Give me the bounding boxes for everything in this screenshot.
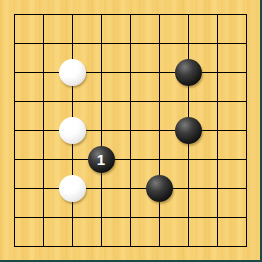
board-cell[interactable] — [29, 174, 58, 203]
board-cell[interactable] — [116, 203, 145, 232]
board-cell[interactable] — [87, 0, 116, 29]
board-cell[interactable] — [0, 145, 29, 174]
board-cell[interactable] — [145, 58, 174, 87]
board-cell[interactable] — [203, 174, 232, 203]
board-cell[interactable] — [232, 87, 261, 116]
board-cell[interactable] — [145, 116, 174, 145]
board-cell[interactable] — [203, 58, 232, 87]
board-cell[interactable] — [174, 116, 203, 145]
board-cell[interactable] — [116, 116, 145, 145]
board-cell[interactable] — [203, 87, 232, 116]
white-stone — [59, 117, 86, 144]
board-cell[interactable] — [232, 58, 261, 87]
board-cell[interactable] — [145, 29, 174, 58]
board-cell[interactable] — [29, 145, 58, 174]
board-cell[interactable] — [232, 29, 261, 58]
board-cell[interactable] — [29, 87, 58, 116]
board-cell[interactable] — [87, 116, 116, 145]
move-number-label: 1 — [97, 152, 105, 167]
board-cell[interactable] — [203, 0, 232, 29]
board-cell[interactable] — [58, 232, 87, 261]
white-stone — [59, 175, 86, 202]
board-cell[interactable] — [203, 29, 232, 58]
board-cell[interactable] — [203, 203, 232, 232]
board-cell[interactable] — [203, 232, 232, 261]
board-cell[interactable] — [203, 116, 232, 145]
board-cell[interactable] — [145, 87, 174, 116]
board-cell[interactable] — [174, 0, 203, 29]
white-stone — [59, 59, 86, 86]
board-cell[interactable] — [174, 58, 203, 87]
board-cell[interactable] — [174, 29, 203, 58]
go-board: 1 — [0, 0, 260, 260]
black-stone: 1 — [88, 146, 115, 173]
page-background: 1 — [0, 0, 262, 262]
board-cell[interactable] — [116, 174, 145, 203]
board-cell[interactable]: 1 — [87, 145, 116, 174]
board-cell[interactable] — [232, 145, 261, 174]
board-cell[interactable] — [87, 58, 116, 87]
board-cell[interactable] — [203, 145, 232, 174]
board-intersections: 1 — [0, 0, 261, 261]
board-cell[interactable] — [29, 232, 58, 261]
board-cell[interactable] — [0, 174, 29, 203]
board-cell[interactable] — [0, 232, 29, 261]
board-cell[interactable] — [29, 29, 58, 58]
board-cell[interactable] — [87, 87, 116, 116]
board-cell[interactable] — [174, 232, 203, 261]
board-cell[interactable] — [232, 203, 261, 232]
board-cell[interactable] — [232, 0, 261, 29]
board-cell[interactable] — [174, 203, 203, 232]
board-cell[interactable] — [145, 232, 174, 261]
board-cell[interactable] — [174, 145, 203, 174]
board-cell[interactable] — [0, 58, 29, 87]
board-cell[interactable] — [0, 203, 29, 232]
board-cell[interactable] — [174, 174, 203, 203]
board-cell[interactable] — [116, 232, 145, 261]
board-cell[interactable] — [116, 29, 145, 58]
black-stone — [175, 59, 202, 86]
board-cell[interactable] — [29, 203, 58, 232]
board-cell[interactable] — [145, 174, 174, 203]
board-cell[interactable] — [29, 0, 58, 29]
board-cell[interactable] — [0, 0, 29, 29]
board-cell[interactable] — [87, 174, 116, 203]
board-cell[interactable] — [58, 29, 87, 58]
board-cell[interactable] — [29, 116, 58, 145]
board-cell[interactable] — [0, 29, 29, 58]
board-cell[interactable] — [0, 87, 29, 116]
board-cell[interactable] — [58, 58, 87, 87]
board-cell[interactable] — [116, 58, 145, 87]
board-cell[interactable] — [145, 145, 174, 174]
board-cell[interactable] — [58, 145, 87, 174]
board-cell[interactable] — [145, 203, 174, 232]
board-cell[interactable] — [116, 87, 145, 116]
board-cell[interactable] — [0, 116, 29, 145]
board-cell[interactable] — [29, 58, 58, 87]
board-cell[interactable] — [232, 174, 261, 203]
board-cell[interactable] — [87, 232, 116, 261]
board-cell[interactable] — [58, 174, 87, 203]
board-cell[interactable] — [58, 0, 87, 29]
board-cell[interactable] — [58, 87, 87, 116]
board-cell[interactable] — [58, 203, 87, 232]
board-cell[interactable] — [232, 116, 261, 145]
board-cell[interactable] — [145, 0, 174, 29]
board-cell[interactable] — [87, 203, 116, 232]
board-cell[interactable] — [87, 29, 116, 58]
board-cell[interactable] — [174, 87, 203, 116]
black-stone — [175, 117, 202, 144]
board-cell[interactable] — [116, 0, 145, 29]
board-cell[interactable] — [116, 145, 145, 174]
black-stone — [146, 175, 173, 202]
board-cell[interactable] — [232, 232, 261, 261]
board-cell[interactable] — [58, 116, 87, 145]
